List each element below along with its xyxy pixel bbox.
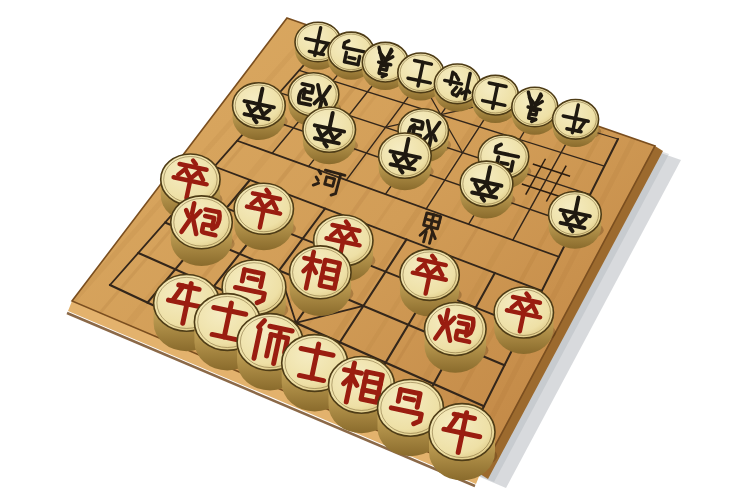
piece-black-soldier-a7[interactable] bbox=[233, 83, 288, 140]
piece-red-soldier-i4[interactable] bbox=[494, 287, 556, 354]
piece-red-cannon-h3[interactable] bbox=[425, 303, 489, 373]
piece-red-elephant-e3[interactable] bbox=[290, 246, 354, 316]
piece-black-soldier-e7[interactable] bbox=[379, 133, 434, 190]
xiangqi-board bbox=[0, 0, 752, 500]
xiangqi-screenshot bbox=[0, 0, 752, 500]
piece-red-chariot-i1[interactable] bbox=[429, 404, 497, 481]
piece-black-soldier-g7[interactable] bbox=[460, 161, 515, 218]
piece-red-cannon-b3[interactable] bbox=[171, 196, 235, 266]
piece-black-soldier-i7[interactable] bbox=[549, 192, 604, 249]
piece-red-soldier-c4[interactable] bbox=[234, 183, 296, 250]
piece-black-soldier-c7[interactable] bbox=[303, 107, 358, 164]
